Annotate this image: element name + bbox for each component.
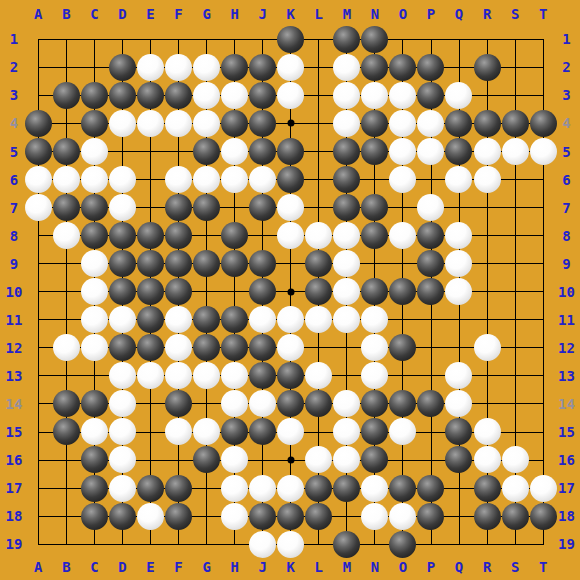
black-stone-j15[interactable] <box>249 418 276 445</box>
white-stone-k17[interactable] <box>277 475 304 502</box>
intersection-r15[interactable] <box>473 418 501 446</box>
intersection-r5[interactable] <box>473 137 501 165</box>
black-stone-e12[interactable] <box>137 334 164 361</box>
intersection-f4[interactable] <box>165 109 193 137</box>
white-stone-n18[interactable] <box>361 503 388 530</box>
intersection-m14[interactable] <box>333 390 361 418</box>
intersection-n7[interactable] <box>361 194 389 222</box>
intersection-j13[interactable] <box>249 362 277 390</box>
intersection-n17[interactable] <box>361 474 389 502</box>
intersection-e13[interactable] <box>136 362 164 390</box>
black-stone-c14[interactable] <box>81 390 108 417</box>
white-stone-j11[interactable] <box>249 306 276 333</box>
intersection-h13[interactable] <box>221 362 249 390</box>
intersection-k8[interactable] <box>277 222 305 250</box>
intersection-f12[interactable] <box>165 334 193 362</box>
intersection-d4[interactable] <box>108 109 136 137</box>
black-stone-j9[interactable] <box>249 250 276 277</box>
black-stone-h11[interactable] <box>221 306 248 333</box>
intersection-p3[interactable] <box>417 81 445 109</box>
intersection-d16[interactable] <box>108 446 136 474</box>
intersection-g15[interactable] <box>193 418 221 446</box>
intersection-s17[interactable] <box>501 474 529 502</box>
intersection-g16[interactable] <box>193 446 221 474</box>
intersection-a4[interactable] <box>24 109 52 137</box>
white-stone-m9[interactable] <box>333 250 360 277</box>
white-stone-q6[interactable] <box>445 166 472 193</box>
black-stone-a4[interactable] <box>25 110 52 137</box>
intersection-o5[interactable] <box>389 137 417 165</box>
white-stone-j14[interactable] <box>249 390 276 417</box>
white-stone-q13[interactable] <box>445 362 472 389</box>
intersection-p14[interactable] <box>417 390 445 418</box>
white-stone-o15[interactable] <box>389 418 416 445</box>
black-stone-g11[interactable] <box>193 306 220 333</box>
intersection-m9[interactable] <box>333 250 361 278</box>
black-stone-c4[interactable] <box>81 110 108 137</box>
black-stone-j5[interactable] <box>249 138 276 165</box>
intersection-p18[interactable] <box>417 502 445 530</box>
intersection-d9[interactable] <box>108 250 136 278</box>
white-stone-j6[interactable] <box>249 166 276 193</box>
intersection-c8[interactable] <box>80 222 108 250</box>
intersection-c4[interactable] <box>80 109 108 137</box>
intersection-d18[interactable] <box>108 502 136 530</box>
black-stone-f14[interactable] <box>165 390 192 417</box>
black-stone-p2[interactable] <box>417 54 444 81</box>
intersection-r6[interactable] <box>473 166 501 194</box>
white-stone-d13[interactable] <box>109 362 136 389</box>
black-stone-p17[interactable] <box>417 475 444 502</box>
white-stone-g2[interactable] <box>193 54 220 81</box>
white-stone-j17[interactable] <box>249 475 276 502</box>
white-stone-m15[interactable] <box>333 418 360 445</box>
white-stone-d17[interactable] <box>109 475 136 502</box>
black-stone-p8[interactable] <box>417 222 444 249</box>
intersection-n8[interactable] <box>361 222 389 250</box>
black-stone-o2[interactable] <box>389 54 416 81</box>
black-stone-d18[interactable] <box>109 503 136 530</box>
white-stone-m2[interactable] <box>333 54 360 81</box>
black-stone-e9[interactable] <box>137 250 164 277</box>
white-stone-h6[interactable] <box>221 166 248 193</box>
intersection-h9[interactable] <box>221 250 249 278</box>
intersection-d17[interactable] <box>108 474 136 502</box>
white-stone-d14[interactable] <box>109 390 136 417</box>
black-stone-e11[interactable] <box>137 306 164 333</box>
intersection-f11[interactable] <box>165 306 193 334</box>
white-stone-c6[interactable] <box>81 166 108 193</box>
black-stone-n1[interactable] <box>361 26 388 53</box>
white-stone-o6[interactable] <box>389 166 416 193</box>
white-stone-f2[interactable] <box>165 54 192 81</box>
intersection-h6[interactable] <box>221 166 249 194</box>
black-stone-p14[interactable] <box>417 390 444 417</box>
white-stone-o4[interactable] <box>389 110 416 137</box>
intersection-f10[interactable] <box>165 278 193 306</box>
black-stone-n16[interactable] <box>361 446 388 473</box>
white-stone-r5[interactable] <box>474 138 501 165</box>
white-stone-m16[interactable] <box>333 446 360 473</box>
intersection-g3[interactable] <box>193 81 221 109</box>
white-stone-l11[interactable] <box>305 306 332 333</box>
intersection-g4[interactable] <box>193 109 221 137</box>
intersection-o18[interactable] <box>389 502 417 530</box>
black-stone-k13[interactable] <box>277 362 304 389</box>
intersection-h18[interactable] <box>221 502 249 530</box>
black-stone-c8[interactable] <box>81 222 108 249</box>
intersection-b6[interactable] <box>52 166 80 194</box>
white-stone-m3[interactable] <box>333 82 360 109</box>
black-stone-m6[interactable] <box>333 166 360 193</box>
black-stone-c3[interactable] <box>81 82 108 109</box>
intersection-a5[interactable] <box>24 137 52 165</box>
intersection-o17[interactable] <box>389 474 417 502</box>
intersection-m10[interactable] <box>333 278 361 306</box>
intersection-o8[interactable] <box>389 222 417 250</box>
intersection-h5[interactable] <box>221 137 249 165</box>
black-stone-k5[interactable] <box>277 138 304 165</box>
intersection-t18[interactable] <box>529 502 557 530</box>
white-stone-k3[interactable] <box>277 82 304 109</box>
black-stone-b14[interactable] <box>53 390 80 417</box>
intersection-r16[interactable] <box>473 446 501 474</box>
white-stone-a6[interactable] <box>25 166 52 193</box>
intersection-q13[interactable] <box>445 362 473 390</box>
intersection-l16[interactable] <box>305 446 333 474</box>
intersection-h3[interactable] <box>221 81 249 109</box>
intersection-e9[interactable] <box>136 250 164 278</box>
intersection-n10[interactable] <box>361 278 389 306</box>
white-stone-n13[interactable] <box>361 362 388 389</box>
white-stone-p7[interactable] <box>417 194 444 221</box>
intersection-j5[interactable] <box>249 137 277 165</box>
black-stone-o19[interactable] <box>389 531 416 558</box>
black-stone-j3[interactable] <box>249 82 276 109</box>
intersection-h11[interactable] <box>221 306 249 334</box>
intersection-j14[interactable] <box>249 390 277 418</box>
intersection-r17[interactable] <box>473 474 501 502</box>
black-stone-p18[interactable] <box>417 503 444 530</box>
black-stone-n8[interactable] <box>361 222 388 249</box>
white-stone-k11[interactable] <box>277 306 304 333</box>
intersection-c5[interactable] <box>80 137 108 165</box>
black-stone-j4[interactable] <box>249 110 276 137</box>
go-board[interactable]: AABBCCDDEEFFGGHHJJKKLLMMNNOOPPQQRRSSTT11… <box>0 0 580 580</box>
intersection-h4[interactable] <box>221 109 249 137</box>
black-stone-h12[interactable] <box>221 334 248 361</box>
white-stone-r6[interactable] <box>474 166 501 193</box>
white-stone-q8[interactable] <box>445 222 472 249</box>
white-stone-c10[interactable] <box>81 278 108 305</box>
white-stone-o3[interactable] <box>389 82 416 109</box>
intersection-c15[interactable] <box>80 418 108 446</box>
white-stone-l13[interactable] <box>305 362 332 389</box>
intersection-f2[interactable] <box>165 53 193 81</box>
white-stone-s5[interactable] <box>502 138 529 165</box>
black-stone-d9[interactable] <box>109 250 136 277</box>
intersection-j4[interactable] <box>249 109 277 137</box>
black-stone-l17[interactable] <box>305 475 332 502</box>
intersection-d11[interactable] <box>108 306 136 334</box>
intersection-l10[interactable] <box>305 278 333 306</box>
white-stone-f15[interactable] <box>165 418 192 445</box>
intersection-q6[interactable] <box>445 166 473 194</box>
white-stone-k8[interactable] <box>277 222 304 249</box>
white-stone-g6[interactable] <box>193 166 220 193</box>
intersection-g11[interactable] <box>193 306 221 334</box>
white-stone-f12[interactable] <box>165 334 192 361</box>
black-stone-l18[interactable] <box>305 503 332 530</box>
black-stone-a5[interactable] <box>25 138 52 165</box>
intersection-q15[interactable] <box>445 418 473 446</box>
white-stone-s16[interactable] <box>502 446 529 473</box>
intersection-c7[interactable] <box>80 194 108 222</box>
black-stone-n5[interactable] <box>361 138 388 165</box>
intersection-m17[interactable] <box>333 474 361 502</box>
white-stone-c9[interactable] <box>81 250 108 277</box>
intersection-c14[interactable] <box>80 390 108 418</box>
intersection-c18[interactable] <box>80 502 108 530</box>
black-stone-q5[interactable] <box>445 138 472 165</box>
intersection-c17[interactable] <box>80 474 108 502</box>
intersection-n16[interactable] <box>361 446 389 474</box>
black-stone-l10[interactable] <box>305 278 332 305</box>
intersection-e3[interactable] <box>136 81 164 109</box>
black-stone-j10[interactable] <box>249 278 276 305</box>
intersection-p4[interactable] <box>417 109 445 137</box>
white-stone-j19[interactable] <box>249 531 276 558</box>
black-stone-h9[interactable] <box>221 250 248 277</box>
intersection-h12[interactable] <box>221 334 249 362</box>
white-stone-o5[interactable] <box>389 138 416 165</box>
black-stone-g5[interactable] <box>193 138 220 165</box>
intersection-m6[interactable] <box>333 166 361 194</box>
black-stone-d12[interactable] <box>109 334 136 361</box>
intersection-p9[interactable] <box>417 250 445 278</box>
white-stone-p5[interactable] <box>417 138 444 165</box>
intersection-e10[interactable] <box>136 278 164 306</box>
white-stone-b12[interactable] <box>53 334 80 361</box>
intersection-o4[interactable] <box>389 109 417 137</box>
black-stone-r2[interactable] <box>474 54 501 81</box>
intersection-b5[interactable] <box>52 137 80 165</box>
black-stone-m1[interactable] <box>333 26 360 53</box>
black-stone-o17[interactable] <box>389 475 416 502</box>
intersection-o14[interactable] <box>389 390 417 418</box>
intersection-j7[interactable] <box>249 194 277 222</box>
intersection-j19[interactable] <box>249 530 277 558</box>
intersection-n2[interactable] <box>361 53 389 81</box>
black-stone-m5[interactable] <box>333 138 360 165</box>
white-stone-c11[interactable] <box>81 306 108 333</box>
white-stone-k2[interactable] <box>277 54 304 81</box>
white-stone-c5[interactable] <box>81 138 108 165</box>
black-stone-r17[interactable] <box>474 475 501 502</box>
black-stone-k18[interactable] <box>277 503 304 530</box>
white-stone-h5[interactable] <box>221 138 248 165</box>
black-stone-s18[interactable] <box>502 503 529 530</box>
intersection-r4[interactable] <box>473 109 501 137</box>
intersection-q16[interactable] <box>445 446 473 474</box>
black-stone-c7[interactable] <box>81 194 108 221</box>
white-stone-n17[interactable] <box>361 475 388 502</box>
white-stone-h3[interactable] <box>221 82 248 109</box>
intersection-n14[interactable] <box>361 390 389 418</box>
intersection-e17[interactable] <box>136 474 164 502</box>
intersection-f17[interactable] <box>165 474 193 502</box>
intersection-d3[interactable] <box>108 81 136 109</box>
white-stone-g13[interactable] <box>193 362 220 389</box>
intersection-o10[interactable] <box>389 278 417 306</box>
white-stone-g3[interactable] <box>193 82 220 109</box>
intersection-k6[interactable] <box>277 166 305 194</box>
white-stone-o18[interactable] <box>389 503 416 530</box>
intersection-o6[interactable] <box>389 166 417 194</box>
intersection-b12[interactable] <box>52 334 80 362</box>
intersection-b15[interactable] <box>52 418 80 446</box>
black-stone-e10[interactable] <box>137 278 164 305</box>
black-stone-f17[interactable] <box>165 475 192 502</box>
intersection-k11[interactable] <box>277 306 305 334</box>
intersection-q9[interactable] <box>445 250 473 278</box>
intersection-j15[interactable] <box>249 418 277 446</box>
white-stone-m11[interactable] <box>333 306 360 333</box>
intersection-o12[interactable] <box>389 334 417 362</box>
intersection-n15[interactable] <box>361 418 389 446</box>
intersection-k19[interactable] <box>277 530 305 558</box>
intersection-b14[interactable] <box>52 390 80 418</box>
black-stone-f8[interactable] <box>165 222 192 249</box>
intersection-d6[interactable] <box>108 166 136 194</box>
black-stone-d3[interactable] <box>109 82 136 109</box>
intersection-m7[interactable] <box>333 194 361 222</box>
intersection-p7[interactable] <box>417 194 445 222</box>
white-stone-e13[interactable] <box>137 362 164 389</box>
intersection-m1[interactable] <box>333 25 361 53</box>
intersection-j3[interactable] <box>249 81 277 109</box>
white-stone-e4[interactable] <box>137 110 164 137</box>
white-stone-e2[interactable] <box>137 54 164 81</box>
intersection-j11[interactable] <box>249 306 277 334</box>
black-stone-b5[interactable] <box>53 138 80 165</box>
black-stone-f3[interactable] <box>165 82 192 109</box>
intersection-m16[interactable] <box>333 446 361 474</box>
white-stone-q14[interactable] <box>445 390 472 417</box>
intersection-h16[interactable] <box>221 446 249 474</box>
white-stone-f6[interactable] <box>165 166 192 193</box>
black-stone-d8[interactable] <box>109 222 136 249</box>
intersection-k5[interactable] <box>277 137 305 165</box>
black-stone-c18[interactable] <box>81 503 108 530</box>
intersection-c9[interactable] <box>80 250 108 278</box>
intersection-h2[interactable] <box>221 53 249 81</box>
intersection-n12[interactable] <box>361 334 389 362</box>
intersection-o3[interactable] <box>389 81 417 109</box>
white-stone-q9[interactable] <box>445 250 472 277</box>
white-stone-l8[interactable] <box>305 222 332 249</box>
black-stone-t18[interactable] <box>530 503 557 530</box>
intersection-l9[interactable] <box>305 250 333 278</box>
intersection-t4[interactable] <box>529 109 557 137</box>
black-stone-p10[interactable] <box>417 278 444 305</box>
white-stone-g4[interactable] <box>193 110 220 137</box>
white-stone-d6[interactable] <box>109 166 136 193</box>
black-stone-h8[interactable] <box>221 222 248 249</box>
black-stone-j7[interactable] <box>249 194 276 221</box>
intersection-b8[interactable] <box>52 222 80 250</box>
intersection-f7[interactable] <box>165 194 193 222</box>
intersection-b3[interactable] <box>52 81 80 109</box>
black-stone-e17[interactable] <box>137 475 164 502</box>
intersection-j9[interactable] <box>249 250 277 278</box>
intersection-k17[interactable] <box>277 474 305 502</box>
black-stone-s4[interactable] <box>502 110 529 137</box>
intersection-j6[interactable] <box>249 166 277 194</box>
white-stone-l16[interactable] <box>305 446 332 473</box>
intersection-q5[interactable] <box>445 137 473 165</box>
white-stone-m10[interactable] <box>333 278 360 305</box>
white-stone-n11[interactable] <box>361 306 388 333</box>
intersection-c10[interactable] <box>80 278 108 306</box>
black-stone-r4[interactable] <box>474 110 501 137</box>
intersection-j2[interactable] <box>249 53 277 81</box>
black-stone-g16[interactable] <box>193 446 220 473</box>
black-stone-f18[interactable] <box>165 503 192 530</box>
intersection-k2[interactable] <box>277 53 305 81</box>
white-stone-f4[interactable] <box>165 110 192 137</box>
intersection-p2[interactable] <box>417 53 445 81</box>
black-stone-b7[interactable] <box>53 194 80 221</box>
intersection-h14[interactable] <box>221 390 249 418</box>
intersection-a7[interactable] <box>24 194 52 222</box>
intersection-d7[interactable] <box>108 194 136 222</box>
intersection-r18[interactable] <box>473 502 501 530</box>
white-stone-t17[interactable] <box>530 475 557 502</box>
white-stone-b8[interactable] <box>53 222 80 249</box>
black-stone-m17[interactable] <box>333 475 360 502</box>
white-stone-k7[interactable] <box>277 194 304 221</box>
black-stone-e8[interactable] <box>137 222 164 249</box>
white-stone-b6[interactable] <box>53 166 80 193</box>
intersection-m8[interactable] <box>333 222 361 250</box>
intersection-d15[interactable] <box>108 418 136 446</box>
white-stone-f13[interactable] <box>165 362 192 389</box>
black-stone-q4[interactable] <box>445 110 472 137</box>
black-stone-h15[interactable] <box>221 418 248 445</box>
intersection-c6[interactable] <box>80 166 108 194</box>
black-stone-p3[interactable] <box>417 82 444 109</box>
intersection-h8[interactable] <box>221 222 249 250</box>
black-stone-f7[interactable] <box>165 194 192 221</box>
intersection-l17[interactable] <box>305 474 333 502</box>
intersection-d14[interactable] <box>108 390 136 418</box>
intersection-f15[interactable] <box>165 418 193 446</box>
intersection-f6[interactable] <box>165 166 193 194</box>
intersection-m15[interactable] <box>333 418 361 446</box>
intersection-n18[interactable] <box>361 502 389 530</box>
intersection-g7[interactable] <box>193 194 221 222</box>
white-stone-c12[interactable] <box>81 334 108 361</box>
intersection-c12[interactable] <box>80 334 108 362</box>
intersection-g5[interactable] <box>193 137 221 165</box>
intersection-k1[interactable] <box>277 25 305 53</box>
black-stone-j13[interactable] <box>249 362 276 389</box>
intersection-c16[interactable] <box>80 446 108 474</box>
white-stone-c15[interactable] <box>81 418 108 445</box>
intersection-t5[interactable] <box>529 137 557 165</box>
intersection-e8[interactable] <box>136 222 164 250</box>
